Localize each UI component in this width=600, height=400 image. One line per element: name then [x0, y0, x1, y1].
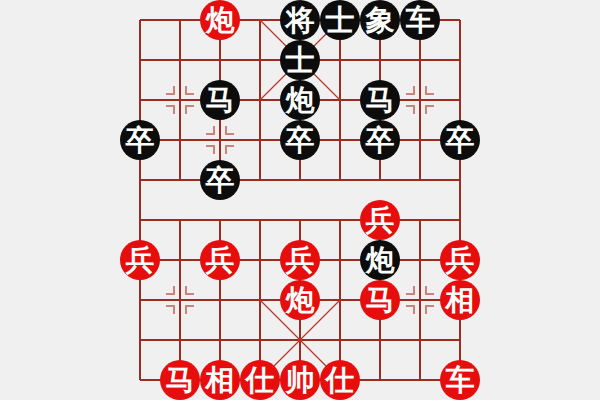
intersection-4-5[interactable]	[280, 200, 320, 240]
piece-red-cannon[interactable]: 炮	[200, 0, 240, 40]
intersection-6-8[interactable]	[360, 320, 400, 360]
intersection-7-3[interactable]	[400, 120, 440, 160]
intersection-7-8[interactable]	[400, 320, 440, 360]
piece-black-soldier[interactable]: 卒	[360, 120, 400, 160]
star-point-marker	[166, 86, 194, 114]
intersection-0-7[interactable]	[120, 280, 160, 320]
intersection-4-7[interactable]: 炮	[280, 280, 320, 320]
intersection-2-7[interactable]	[200, 280, 240, 320]
star-point-marker	[206, 126, 234, 154]
piece-black-advisor[interactable]: 士	[320, 0, 360, 40]
intersection-5-3[interactable]	[320, 120, 360, 160]
intersection-5-6[interactable]	[320, 240, 360, 280]
intersection-5-0[interactable]: 士	[320, 0, 360, 40]
intersection-1-8[interactable]	[160, 320, 200, 360]
intersection-3-1[interactable]	[240, 40, 280, 80]
intersection-4-6[interactable]: 兵	[280, 240, 320, 280]
intersection-3-8[interactable]	[240, 320, 280, 360]
intersection-8-6[interactable]: 兵	[440, 240, 480, 280]
piece-black-chariot[interactable]: 车	[400, 0, 440, 40]
intersection-2-3[interactable]	[200, 120, 240, 160]
intersection-0-2[interactable]	[120, 80, 160, 120]
intersection-6-2[interactable]: 马	[360, 80, 400, 120]
intersection-2-5[interactable]	[200, 200, 240, 240]
intersection-2-4[interactable]: 卒	[200, 160, 240, 200]
piece-red-soldier[interactable]: 兵	[280, 240, 320, 280]
intersection-4-4[interactable]	[280, 160, 320, 200]
intersection-5-5[interactable]	[320, 200, 360, 240]
piece-black-soldier[interactable]: 卒	[120, 120, 160, 160]
piece-red-soldier[interactable]: 兵	[120, 240, 160, 280]
intersection-5-1[interactable]	[320, 40, 360, 80]
intersection-3-7[interactable]	[240, 280, 280, 320]
intersection-6-3[interactable]: 卒	[360, 120, 400, 160]
intersection-6-5[interactable]: 兵	[360, 200, 400, 240]
intersection-8-8[interactable]	[440, 320, 480, 360]
intersection-8-4[interactable]	[440, 160, 480, 200]
intersection-4-8[interactable]	[280, 320, 320, 360]
intersection-1-5[interactable]	[160, 200, 200, 240]
piece-black-horse[interactable]: 马	[360, 80, 400, 120]
piece-black-soldier[interactable]: 卒	[200, 160, 240, 200]
intersection-2-8[interactable]	[200, 320, 240, 360]
star-point-marker	[166, 286, 194, 314]
piece-red-advisor[interactable]: 仕	[240, 360, 280, 400]
piece-red-elephant[interactable]: 相	[200, 360, 240, 400]
intersection-1-7[interactable]	[160, 280, 200, 320]
intersection-3-9[interactable]: 仕	[240, 360, 280, 400]
intersection-7-5[interactable]	[400, 200, 440, 240]
intersection-0-6[interactable]: 兵	[120, 240, 160, 280]
piece-red-elephant[interactable]: 相	[440, 280, 480, 320]
intersection-1-3[interactable]	[160, 120, 200, 160]
piece-black-soldier[interactable]: 卒	[440, 120, 480, 160]
piece-red-advisor[interactable]: 仕	[320, 360, 360, 400]
intersection-2-2[interactable]: 马	[200, 80, 240, 120]
piece-black-advisor[interactable]: 士	[280, 40, 320, 80]
piece-red-horse[interactable]: 马	[360, 280, 400, 320]
intersection-5-2[interactable]	[320, 80, 360, 120]
intersection-1-4[interactable]	[160, 160, 200, 200]
intersection-8-5[interactable]	[440, 200, 480, 240]
intersection-6-7[interactable]: 马	[360, 280, 400, 320]
piece-red-general[interactable]: 帅	[280, 360, 320, 400]
intersection-0-0[interactable]	[120, 0, 160, 40]
intersection-7-7[interactable]	[400, 280, 440, 320]
intersection-6-9[interactable]	[360, 360, 400, 400]
intersection-3-4[interactable]	[240, 160, 280, 200]
intersection-5-4[interactable]	[320, 160, 360, 200]
intersection-8-9[interactable]: 车	[440, 360, 480, 400]
intersection-2-0[interactable]: 炮	[200, 0, 240, 40]
intersection-0-1[interactable]	[120, 40, 160, 80]
intersection-8-7[interactable]: 相	[440, 280, 480, 320]
piece-black-soldier[interactable]: 卒	[280, 120, 320, 160]
intersection-8-2[interactable]	[440, 80, 480, 120]
intersection-4-9[interactable]: 帅	[280, 360, 320, 400]
intersection-0-9[interactable]	[120, 360, 160, 400]
intersection-0-4[interactable]	[120, 160, 160, 200]
intersection-1-0[interactable]	[160, 0, 200, 40]
intersection-4-3[interactable]: 卒	[280, 120, 320, 160]
intersection-2-6[interactable]: 兵	[200, 240, 240, 280]
intersection-4-0[interactable]: 将	[280, 0, 320, 40]
intersection-3-2[interactable]	[240, 80, 280, 120]
intersection-8-3[interactable]: 卒	[440, 120, 480, 160]
intersection-3-5[interactable]	[240, 200, 280, 240]
intersection-6-4[interactable]	[360, 160, 400, 200]
intersection-0-8[interactable]	[120, 320, 160, 360]
intersection-8-0[interactable]	[440, 0, 480, 40]
intersection-2-1[interactable]	[200, 40, 240, 80]
intersection-4-1[interactable]: 士	[280, 40, 320, 80]
intersection-6-1[interactable]	[360, 40, 400, 80]
intersection-2-9[interactable]: 相	[200, 360, 240, 400]
intersection-3-0[interactable]	[240, 0, 280, 40]
intersection-5-8[interactable]	[320, 320, 360, 360]
xiangqi-board: 炮将士象车士马炮马卒卒卒卒卒兵兵兵兵炮兵炮马相马相仕帅仕车	[120, 0, 480, 400]
intersection-5-7[interactable]	[320, 280, 360, 320]
piece-black-general[interactable]: 将	[280, 0, 320, 40]
piece-red-soldier[interactable]: 兵	[360, 200, 400, 240]
intersection-4-2[interactable]: 炮	[280, 80, 320, 120]
intersection-6-0[interactable]: 象	[360, 0, 400, 40]
piece-red-horse[interactable]: 马	[160, 360, 200, 400]
intersection-8-1[interactable]	[440, 40, 480, 80]
piece-black-horse[interactable]: 马	[200, 80, 240, 120]
star-point-marker	[406, 86, 434, 114]
piece-red-cannon[interactable]: 炮	[280, 280, 320, 320]
intersection-1-2[interactable]	[160, 80, 200, 120]
intersection-6-6[interactable]: 炮	[360, 240, 400, 280]
piece-black-cannon[interactable]: 炮	[280, 80, 320, 120]
intersection-7-1[interactable]	[400, 40, 440, 80]
intersection-1-6[interactable]	[160, 240, 200, 280]
intersection-5-9[interactable]: 仕	[320, 360, 360, 400]
intersection-1-9[interactable]: 马	[160, 360, 200, 400]
intersection-0-5[interactable]	[120, 200, 160, 240]
intersection-3-3[interactable]	[240, 120, 280, 160]
piece-black-elephant[interactable]: 象	[360, 0, 400, 40]
intersection-7-9[interactable]	[400, 360, 440, 400]
piece-red-soldier[interactable]: 兵	[440, 240, 480, 280]
intersection-7-4[interactable]	[400, 160, 440, 200]
xiangqi-screen: 炮将士象车士马炮马卒卒卒卒卒兵兵兵兵炮兵炮马相马相仕帅仕车	[0, 0, 600, 400]
intersection-7-2[interactable]	[400, 80, 440, 120]
intersection-0-3[interactable]: 卒	[120, 120, 160, 160]
intersection-1-1[interactable]	[160, 40, 200, 80]
star-point-marker	[406, 286, 434, 314]
piece-red-soldier[interactable]: 兵	[200, 240, 240, 280]
intersection-3-6[interactable]	[240, 240, 280, 280]
piece-red-chariot[interactable]: 车	[440, 360, 480, 400]
intersection-7-6[interactable]	[400, 240, 440, 280]
intersection-7-0[interactable]: 车	[400, 0, 440, 40]
piece-black-cannon[interactable]: 炮	[360, 240, 400, 280]
